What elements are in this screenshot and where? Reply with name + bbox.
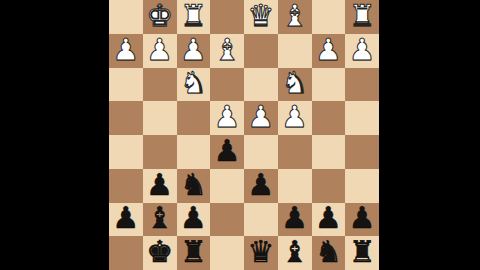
piece-white-pawn[interactable]: ♟	[247, 102, 274, 132]
square-b3[interactable]	[312, 68, 346, 102]
square-a8[interactable]: ♜	[345, 236, 379, 270]
square-b2[interactable]: ♟	[312, 34, 346, 68]
piece-white-pawn[interactable]: ♟	[281, 102, 308, 132]
square-a1[interactable]: ♜	[345, 0, 379, 34]
piece-white-pawn[interactable]: ♟	[214, 102, 241, 132]
piece-white-pawn[interactable]: ♟	[180, 35, 207, 65]
piece-white-knight[interactable]: ♞	[281, 68, 308, 98]
square-g1[interactable]: ♚	[143, 0, 177, 34]
chess-board: ♚♜♛♝♜♟♟♟♝♟♟♞♞♟♟♟♟♟♞♟♟♝♟♟♟♟♚♜♛♝♞♜	[109, 0, 379, 270]
square-f4[interactable]	[177, 101, 211, 135]
square-e6[interactable]	[210, 169, 244, 203]
square-a6[interactable]	[345, 169, 379, 203]
square-d4[interactable]: ♟	[244, 101, 278, 135]
square-b8[interactable]: ♞	[312, 236, 346, 270]
square-f6[interactable]: ♞	[177, 169, 211, 203]
square-d1[interactable]: ♛	[244, 0, 278, 34]
square-h4[interactable]	[109, 101, 143, 135]
square-d2[interactable]	[244, 34, 278, 68]
square-c7[interactable]: ♟	[278, 203, 312, 237]
square-c1[interactable]: ♝	[278, 0, 312, 34]
square-g4[interactable]	[143, 101, 177, 135]
piece-black-pawn[interactable]: ♟	[349, 203, 376, 233]
square-a7[interactable]: ♟	[345, 203, 379, 237]
piece-white-knight[interactable]: ♞	[180, 68, 207, 98]
square-e2[interactable]: ♝	[210, 34, 244, 68]
video-frame: ♚♜♛♝♜♟♟♟♝♟♟♞♞♟♟♟♟♟♞♟♟♝♟♟♟♟♚♜♛♝♞♜	[0, 0, 480, 270]
square-a2[interactable]: ♟	[345, 34, 379, 68]
piece-black-pawn[interactable]: ♟	[112, 203, 139, 233]
square-b5[interactable]	[312, 135, 346, 169]
square-h7[interactable]: ♟	[109, 203, 143, 237]
square-h2[interactable]: ♟	[109, 34, 143, 68]
piece-black-bishop[interactable]: ♝	[281, 237, 308, 267]
square-h1[interactable]	[109, 0, 143, 34]
piece-white-pawn[interactable]: ♟	[146, 35, 173, 65]
piece-white-king[interactable]: ♚	[146, 1, 173, 31]
square-c4[interactable]: ♟	[278, 101, 312, 135]
square-f2[interactable]: ♟	[177, 34, 211, 68]
piece-black-pawn[interactable]: ♟	[180, 203, 207, 233]
square-f3[interactable]: ♞	[177, 68, 211, 102]
piece-white-pawn[interactable]: ♟	[112, 35, 139, 65]
letterbox-left	[0, 0, 109, 270]
square-a5[interactable]	[345, 135, 379, 169]
piece-white-rook[interactable]: ♜	[349, 1, 376, 31]
square-c6[interactable]	[278, 169, 312, 203]
piece-black-pawn[interactable]: ♟	[214, 136, 241, 166]
square-c2[interactable]	[278, 34, 312, 68]
piece-black-knight[interactable]: ♞	[180, 170, 207, 200]
square-d8[interactable]: ♛	[244, 236, 278, 270]
square-c8[interactable]: ♝	[278, 236, 312, 270]
square-g3[interactable]	[143, 68, 177, 102]
square-f5[interactable]	[177, 135, 211, 169]
piece-black-pawn[interactable]: ♟	[247, 170, 274, 200]
square-d3[interactable]	[244, 68, 278, 102]
piece-white-bishop[interactable]: ♝	[214, 35, 241, 65]
letterbox-right	[379, 0, 480, 270]
square-b7[interactable]: ♟	[312, 203, 346, 237]
square-g8[interactable]: ♚	[143, 236, 177, 270]
square-g7[interactable]: ♝	[143, 203, 177, 237]
piece-black-queen[interactable]: ♛	[247, 237, 274, 267]
square-a3[interactable]	[345, 68, 379, 102]
piece-black-pawn[interactable]: ♟	[146, 170, 173, 200]
piece-black-rook[interactable]: ♜	[349, 237, 376, 267]
square-f8[interactable]: ♜	[177, 236, 211, 270]
piece-black-bishop[interactable]: ♝	[146, 203, 173, 233]
square-c5[interactable]	[278, 135, 312, 169]
square-e5[interactable]: ♟	[210, 135, 244, 169]
square-g6[interactable]: ♟	[143, 169, 177, 203]
square-e3[interactable]	[210, 68, 244, 102]
square-b4[interactable]	[312, 101, 346, 135]
square-f1[interactable]: ♜	[177, 0, 211, 34]
square-b6[interactable]	[312, 169, 346, 203]
piece-black-king[interactable]: ♚	[146, 237, 173, 267]
square-g2[interactable]: ♟	[143, 34, 177, 68]
square-h6[interactable]	[109, 169, 143, 203]
square-g5[interactable]	[143, 135, 177, 169]
square-d5[interactable]	[244, 135, 278, 169]
piece-white-pawn[interactable]: ♟	[315, 35, 342, 65]
square-e7[interactable]	[210, 203, 244, 237]
square-h5[interactable]	[109, 135, 143, 169]
piece-black-rook[interactable]: ♜	[180, 237, 207, 267]
square-c3[interactable]: ♞	[278, 68, 312, 102]
piece-white-bishop[interactable]: ♝	[281, 1, 308, 31]
square-a4[interactable]	[345, 101, 379, 135]
square-h3[interactable]	[109, 68, 143, 102]
square-h8[interactable]	[109, 236, 143, 270]
square-e1[interactable]	[210, 0, 244, 34]
piece-white-pawn[interactable]: ♟	[349, 35, 376, 65]
square-f7[interactable]: ♟	[177, 203, 211, 237]
piece-white-rook[interactable]: ♜	[180, 1, 207, 31]
piece-black-pawn[interactable]: ♟	[281, 203, 308, 233]
square-d7[interactable]	[244, 203, 278, 237]
square-d6[interactable]: ♟	[244, 169, 278, 203]
piece-black-knight[interactable]: ♞	[315, 237, 342, 267]
piece-white-queen[interactable]: ♛	[247, 1, 274, 31]
square-e4[interactable]: ♟	[210, 101, 244, 135]
square-e8[interactable]	[210, 236, 244, 270]
piece-black-pawn[interactable]: ♟	[315, 203, 342, 233]
square-b1[interactable]	[312, 0, 346, 34]
